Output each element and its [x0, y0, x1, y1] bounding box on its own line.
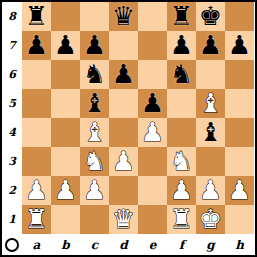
chess-board-diagram: 87654321 ♜♛♜♚♟♟♟♟♟♟♞♟♞♝♟♝♝♟♝♞♟♞♟♟♟♟♟♟♜♛♜… [0, 0, 257, 257]
square-c5[interactable]: ♝ [80, 89, 109, 118]
white-queen-d1[interactable]: ♛ [109, 205, 138, 234]
white-rook-a1[interactable]: ♜ [22, 205, 51, 234]
square-h7[interactable]: ♟ [225, 31, 254, 60]
square-g6[interactable] [196, 60, 225, 89]
white-pawn-e4[interactable]: ♟ [138, 118, 167, 147]
square-h6[interactable] [225, 60, 254, 89]
square-h5[interactable] [225, 89, 254, 118]
white-pawn-d3[interactable]: ♟ [109, 147, 138, 176]
square-e7[interactable] [138, 31, 167, 60]
white-bishop-c4[interactable]: ♝ [80, 118, 109, 147]
file-label-e: e [138, 234, 167, 255]
square-e1[interactable] [138, 205, 167, 234]
square-b1[interactable] [51, 205, 80, 234]
file-label-a: a [22, 234, 51, 255]
rank-labels: 87654321 [2, 2, 22, 234]
square-h2[interactable]: ♟ [225, 176, 254, 205]
black-pawn-e5[interactable]: ♟ [138, 89, 167, 118]
rank-label-8: 8 [2, 2, 22, 31]
to-move-corner [2, 234, 22, 255]
file-label-c: c [80, 234, 109, 255]
black-bishop-g4[interactable]: ♝ [196, 118, 225, 147]
white-bishop-g5[interactable]: ♝ [196, 89, 225, 118]
square-d8[interactable]: ♛ [109, 2, 138, 31]
white-pawn-f2[interactable]: ♟ [167, 176, 196, 205]
white-to-move-indicator [5, 238, 19, 252]
square-d2[interactable] [109, 176, 138, 205]
square-d3[interactable]: ♟ [109, 147, 138, 176]
square-g5[interactable]: ♝ [196, 89, 225, 118]
white-pawn-a2[interactable]: ♟ [22, 176, 51, 205]
square-a5[interactable] [22, 89, 51, 118]
white-pawn-g2[interactable]: ♟ [196, 176, 225, 205]
square-d6[interactable]: ♟ [109, 60, 138, 89]
rank-label-1: 1 [2, 205, 22, 234]
square-c6[interactable]: ♞ [80, 60, 109, 89]
file-label-g: g [196, 234, 225, 255]
square-g2[interactable]: ♟ [196, 176, 225, 205]
square-b3[interactable] [51, 147, 80, 176]
square-b5[interactable] [51, 89, 80, 118]
square-e3[interactable] [138, 147, 167, 176]
square-g4[interactable]: ♝ [196, 118, 225, 147]
white-rook-f1[interactable]: ♜ [167, 205, 196, 234]
square-g3[interactable] [196, 147, 225, 176]
square-a7[interactable]: ♟ [22, 31, 51, 60]
black-queen-d8[interactable]: ♛ [109, 2, 138, 31]
white-pawn-h2[interactable]: ♟ [225, 176, 254, 205]
black-pawn-d6[interactable]: ♟ [109, 60, 138, 89]
square-f7[interactable]: ♟ [167, 31, 196, 60]
square-f4[interactable] [167, 118, 196, 147]
rank-label-5: 5 [2, 89, 22, 118]
square-d5[interactable] [109, 89, 138, 118]
black-pawn-h7[interactable]: ♟ [225, 31, 254, 60]
black-pawn-b7[interactable]: ♟ [51, 31, 80, 60]
square-c3[interactable]: ♞ [80, 147, 109, 176]
square-f8[interactable]: ♜ [167, 2, 196, 31]
file-label-d: d [109, 234, 138, 255]
rank-label-2: 2 [2, 176, 22, 205]
square-g1[interactable]: ♚ [196, 205, 225, 234]
square-d1[interactable]: ♛ [109, 205, 138, 234]
black-pawn-c7[interactable]: ♟ [80, 31, 109, 60]
square-b7[interactable]: ♟ [51, 31, 80, 60]
square-a4[interactable] [22, 118, 51, 147]
black-pawn-g7[interactable]: ♟ [196, 31, 225, 60]
square-c1[interactable] [80, 205, 109, 234]
square-f2[interactable]: ♟ [167, 176, 196, 205]
rank-label-6: 6 [2, 60, 22, 89]
square-f3[interactable]: ♞ [167, 147, 196, 176]
square-b2[interactable]: ♟ [51, 176, 80, 205]
square-e6[interactable] [138, 60, 167, 89]
square-h3[interactable] [225, 147, 254, 176]
black-bishop-c5[interactable]: ♝ [80, 89, 109, 118]
black-pawn-a7[interactable]: ♟ [22, 31, 51, 60]
square-b4[interactable] [51, 118, 80, 147]
square-f6[interactable]: ♞ [167, 60, 196, 89]
square-a2[interactable]: ♟ [22, 176, 51, 205]
file-label-f: f [167, 234, 196, 255]
square-h4[interactable] [225, 118, 254, 147]
square-e2[interactable] [138, 176, 167, 205]
square-b6[interactable] [51, 60, 80, 89]
square-c7[interactable]: ♟ [80, 31, 109, 60]
square-c8[interactable] [80, 2, 109, 31]
square-g8[interactable]: ♚ [196, 2, 225, 31]
black-knight-c6[interactable]: ♞ [80, 60, 109, 89]
square-a6[interactable] [22, 60, 51, 89]
black-pawn-f7[interactable]: ♟ [167, 31, 196, 60]
square-e4[interactable]: ♟ [138, 118, 167, 147]
square-h8[interactable] [225, 2, 254, 31]
file-label-b: b [51, 234, 80, 255]
white-pawn-c2[interactable]: ♟ [80, 176, 109, 205]
black-king-g8[interactable]: ♚ [196, 2, 225, 31]
black-rook-f8[interactable]: ♜ [167, 2, 196, 31]
square-g7[interactable]: ♟ [196, 31, 225, 60]
square-f1[interactable]: ♜ [167, 205, 196, 234]
rank-label-3: 3 [2, 147, 22, 176]
square-c2[interactable]: ♟ [80, 176, 109, 205]
square-c4[interactable]: ♝ [80, 118, 109, 147]
square-a8[interactable]: ♜ [22, 2, 51, 31]
file-label-h: h [225, 234, 254, 255]
diagram-layout: 87654321 ♜♛♜♚♟♟♟♟♟♟♞♟♞♝♟♝♝♟♝♞♟♞♟♟♟♟♟♟♜♛♜… [2, 2, 255, 255]
square-e8[interactable] [138, 2, 167, 31]
white-pawn-b2[interactable]: ♟ [51, 176, 80, 205]
square-a3[interactable] [22, 147, 51, 176]
square-f5[interactable] [167, 89, 196, 118]
square-h1[interactable] [225, 205, 254, 234]
chess-board[interactable]: ♜♛♜♚♟♟♟♟♟♟♞♟♞♝♟♝♝♟♝♞♟♞♟♟♟♟♟♟♜♛♜♚ [22, 2, 254, 234]
rank-label-7: 7 [2, 31, 22, 60]
file-labels: abcdefgh [22, 234, 254, 255]
white-knight-c3[interactable]: ♞ [80, 147, 109, 176]
black-rook-a8[interactable]: ♜ [22, 2, 51, 31]
white-king-g1[interactable]: ♚ [196, 205, 225, 234]
square-a1[interactable]: ♜ [22, 205, 51, 234]
square-d7[interactable] [109, 31, 138, 60]
rank-label-4: 4 [2, 118, 22, 147]
square-d4[interactable] [109, 118, 138, 147]
white-knight-f3[interactable]: ♞ [167, 147, 196, 176]
square-e5[interactable]: ♟ [138, 89, 167, 118]
square-b8[interactable] [51, 2, 80, 31]
black-knight-f6[interactable]: ♞ [167, 60, 196, 89]
